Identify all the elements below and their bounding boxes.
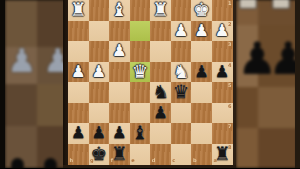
white-king[interactable]: ♚ [191,0,212,21]
square-b1[interactable]: ♚ [191,0,212,21]
square-d4[interactable] [150,62,171,83]
white-bishop[interactable]: ♝ [109,0,130,21]
video-frame: ♟ ♟ ♟ ♟ ♜♝♜♚♟♟♟♟♟♟♛♞♟♟♞♛♟♟♟♟♝♚♜♜12345678… [0,0,300,168]
black-rook[interactable]: ♜ [212,144,233,165]
black-knight[interactable]: ♞ [150,82,171,103]
square-e5[interactable] [130,82,151,103]
black-pawn[interactable]: ♟ [89,123,110,144]
square-h2[interactable] [68,21,89,42]
square-f5[interactable] [109,82,130,103]
square-a2[interactable]: ♟ [212,21,233,42]
square-c4[interactable]: ♞ [171,62,192,83]
square-d3[interactable] [150,41,171,62]
white-queen[interactable]: ♛ [130,62,151,83]
black-queen[interactable]: ♛ [171,82,192,103]
white-pawn[interactable]: ♟ [89,62,110,83]
square-d7[interactable] [150,123,171,144]
square-h1[interactable]: ♜ [68,0,89,21]
blurred-square [258,87,297,128]
file-label-h: h [70,158,74,163]
blurred-white-pawn-icon: ♟ [7,44,37,77]
square-f8[interactable]: ♜ [109,144,130,165]
square-c6[interactable] [171,103,192,124]
blurred-square [5,0,37,47]
square-c7[interactable] [171,123,192,144]
square-b2[interactable]: ♟ [191,21,212,42]
white-pawn[interactable]: ♟ [109,41,130,62]
blurred-square [236,128,258,168]
blurred-background-left: ♟ ♟ [0,0,66,168]
black-pawn[interactable]: ♟ [150,103,171,124]
blurred-black-piece-top [11,158,24,168]
blurred-square [5,84,37,126]
square-f7[interactable]: ♟ [109,123,130,144]
square-f2[interactable] [109,21,130,42]
square-g5[interactable] [89,82,110,103]
white-rook[interactable]: ♜ [150,0,171,21]
square-h6[interactable] [68,103,89,124]
rank-label-3: 3 [228,42,231,47]
square-c2[interactable]: ♟ [171,21,192,42]
square-e2[interactable] [130,21,151,42]
board-bottom-strip [63,165,236,169]
square-c1[interactable] [171,0,192,21]
square-b3[interactable] [191,41,212,62]
square-a8[interactable]: ♜ [212,144,233,165]
file-label-c: c [172,158,175,163]
white-pawn[interactable]: ♟ [212,21,233,42]
rank-label-5: 5 [228,83,231,88]
square-b4[interactable]: ♟ [191,62,212,83]
rank-label-6: 6 [228,104,231,109]
square-d5[interactable]: ♞ [150,82,171,103]
blurred-white-piece-base [272,0,290,9]
chess-board: ♜♝♜♚♟♟♟♟♟♟♛♞♟♟♞♛♟♟♟♟♝♚♜♜12345678hgfedcba [68,0,233,165]
square-c5[interactable]: ♛ [171,82,192,103]
square-f6[interactable] [109,103,130,124]
board-right-shadow [233,0,237,168]
square-g2[interactable] [89,21,110,42]
square-f4[interactable] [109,62,130,83]
rank-label-7: 7 [228,124,231,129]
square-h5[interactable] [68,82,89,103]
white-pawn[interactable]: ♟ [191,21,212,42]
right-edge-strip [295,0,300,168]
square-d1[interactable]: ♜ [150,0,171,21]
blurred-black-piece-top [44,158,57,168]
square-c3[interactable] [171,41,192,62]
black-bishop[interactable]: ♝ [130,123,151,144]
square-h7[interactable]: ♟ [68,123,89,144]
white-pawn[interactable]: ♟ [68,62,89,83]
square-e7[interactable]: ♝ [130,123,151,144]
blurred-square [258,128,297,168]
black-pawn[interactable]: ♟ [109,123,130,144]
square-h4[interactable]: ♟ [68,62,89,83]
square-b5[interactable] [191,82,212,103]
square-h3[interactable] [68,41,89,62]
square-g8[interactable]: ♚ [89,144,110,165]
blurred-background-right: ♟ ♟ [234,0,297,168]
square-d2[interactable] [150,21,171,42]
square-b6[interactable] [191,103,212,124]
white-rook[interactable]: ♜ [68,0,89,21]
black-pawn[interactable]: ♟ [191,62,212,83]
blurred-white-piece-base [239,0,257,9]
square-g3[interactable] [89,41,110,62]
square-f1[interactable]: ♝ [109,0,130,21]
black-pawn[interactable]: ♟ [68,123,89,144]
black-king[interactable]: ♚ [89,144,110,165]
square-e6[interactable] [130,103,151,124]
square-g1[interactable] [89,0,110,21]
square-e3[interactable] [130,41,151,62]
file-label-e: e [131,158,134,163]
black-rook[interactable]: ♜ [109,144,130,165]
square-e1[interactable] [130,0,151,21]
rank-label-1: 1 [228,1,231,6]
blurred-square [37,84,66,126]
square-g4[interactable]: ♟ [89,62,110,83]
square-g6[interactable] [89,103,110,124]
file-label-d: d [152,158,156,163]
square-b7[interactable] [191,123,212,144]
white-knight[interactable]: ♞ [171,62,192,83]
left-edge-strip [0,0,5,168]
blurred-square [236,87,258,128]
square-g7[interactable]: ♟ [89,123,110,144]
white-pawn[interactable]: ♟ [171,21,192,42]
file-label-b: b [193,158,197,163]
square-a4[interactable]: ♟ [212,62,233,83]
square-e4[interactable]: ♛ [130,62,151,83]
square-f3[interactable]: ♟ [109,41,130,62]
black-pawn[interactable]: ♟ [212,62,233,83]
square-d6[interactable]: ♟ [150,103,171,124]
blurred-square [37,0,66,47]
